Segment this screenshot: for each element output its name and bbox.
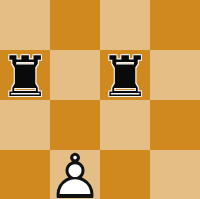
square-r0c2[interactable]	[100, 0, 150, 50]
black-rook-piece[interactable]: ♜	[100, 52, 150, 102]
black-rook-piece[interactable]: ♜	[0, 52, 50, 102]
chessboard: ♜ ♜ ♟ ♙	[0, 0, 200, 199]
square-r1c0[interactable]: ♜	[0, 50, 50, 100]
square-r3c0[interactable]	[0, 150, 50, 199]
square-r0c1[interactable]	[50, 0, 100, 50]
white-pawn-outline: ♙	[50, 152, 100, 199]
square-r0c3[interactable]	[150, 0, 200, 50]
square-r1c3[interactable]	[150, 50, 200, 100]
square-r0c0[interactable]	[0, 0, 50, 50]
square-r2c3[interactable]	[150, 100, 200, 150]
square-r3c1[interactable]: ♟ ♙	[50, 150, 100, 199]
square-r3c3[interactable]	[150, 150, 200, 199]
square-r3c2[interactable]	[100, 150, 150, 199]
square-r1c2[interactable]: ♜	[100, 50, 150, 100]
square-r1c1[interactable]	[50, 50, 100, 100]
square-r2c2[interactable]	[100, 100, 150, 150]
white-pawn-piece[interactable]: ♟ ♙	[50, 150, 100, 199]
square-r2c0[interactable]	[0, 100, 50, 150]
